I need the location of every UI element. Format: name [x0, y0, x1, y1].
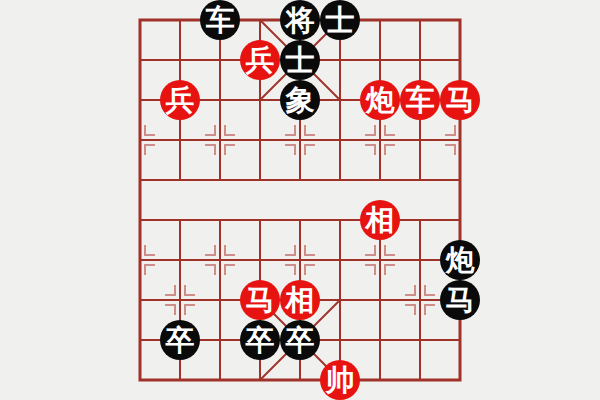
piece-black-soldier[interactable]: 卒: [160, 320, 200, 360]
piece-red-elephant[interactable]: 相: [360, 200, 400, 240]
piece-red-elephant[interactable]: 相: [280, 280, 320, 320]
piece-red-horse[interactable]: 马: [440, 80, 480, 120]
piece-black-soldier[interactable]: 卒: [280, 320, 320, 360]
piece-black-horse[interactable]: 马: [440, 280, 480, 320]
piece-red-soldier[interactable]: 兵: [160, 80, 200, 120]
piece-red-chariot[interactable]: 车: [400, 80, 440, 120]
pieces-layer: 车将士士象炮马卒卒卒兵兵炮车马相马相帅: [120, 0, 480, 400]
piece-black-advisor[interactable]: 士: [280, 40, 320, 80]
piece-black-elephant[interactable]: 象: [280, 80, 320, 120]
piece-black-cannon[interactable]: 炮: [440, 240, 480, 280]
piece-red-soldier[interactable]: 兵: [240, 40, 280, 80]
piece-red-cannon[interactable]: 炮: [360, 80, 400, 120]
piece-black-soldier[interactable]: 卒: [240, 320, 280, 360]
piece-black-general[interactable]: 将: [280, 0, 320, 40]
xiangqi-board-diagram: 车将士士象炮马卒卒卒兵兵炮车马相马相帅: [0, 0, 600, 400]
piece-red-general[interactable]: 帅: [320, 360, 360, 400]
piece-black-chariot[interactable]: 车: [200, 0, 240, 40]
piece-red-horse[interactable]: 马: [240, 280, 280, 320]
piece-black-advisor[interactable]: 士: [320, 0, 360, 40]
